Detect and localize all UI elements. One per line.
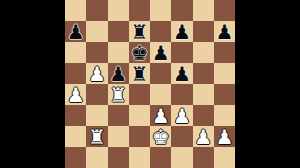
square-c8[interactable] xyxy=(108,0,129,21)
square-g3[interactable] xyxy=(193,105,214,126)
square-e7[interactable] xyxy=(150,21,171,42)
white-pawn-icon[interactable]: ♟ xyxy=(194,126,212,146)
letterbox-right xyxy=(235,0,300,168)
square-e2[interactable]: ♚ xyxy=(150,126,171,147)
square-h7[interactable]: ♟ xyxy=(214,21,235,42)
square-e5[interactable] xyxy=(150,63,171,84)
square-b5[interactable]: ♟ xyxy=(86,63,107,84)
square-e3[interactable]: ♟ xyxy=(150,105,171,126)
square-g7[interactable] xyxy=(193,21,214,42)
square-e4[interactable] xyxy=(150,84,171,105)
square-c1[interactable] xyxy=(108,147,129,168)
square-h2[interactable]: ♟ xyxy=(214,126,235,147)
square-b8[interactable] xyxy=(86,0,107,21)
black-pawn-icon[interactable]: ♟ xyxy=(173,21,191,41)
square-f8[interactable] xyxy=(171,0,192,21)
square-b4[interactable] xyxy=(86,84,107,105)
square-h4[interactable] xyxy=(214,84,235,105)
square-g8[interactable] xyxy=(193,0,214,21)
square-d4[interactable] xyxy=(129,84,150,105)
square-a3[interactable] xyxy=(65,105,86,126)
square-g2[interactable]: ♟ xyxy=(193,126,214,147)
black-pawn-icon[interactable]: ♟ xyxy=(152,42,170,62)
white-king-icon[interactable]: ♚ xyxy=(152,126,170,146)
screenshot-stage: ♟♜♟♟♚♟♟♟♜♟♟♜♟♟♜♚♟♟ xyxy=(0,0,300,168)
square-a2[interactable] xyxy=(65,126,86,147)
square-a4[interactable]: ♟ xyxy=(65,84,86,105)
white-pawn-icon[interactable]: ♟ xyxy=(173,105,191,125)
black-pawn-icon[interactable]: ♟ xyxy=(109,63,127,83)
square-d1[interactable] xyxy=(129,147,150,168)
black-rook-icon[interactable]: ♜ xyxy=(130,63,148,83)
square-f4[interactable] xyxy=(171,84,192,105)
square-f1[interactable] xyxy=(171,147,192,168)
black-pawn-icon[interactable]: ♟ xyxy=(67,21,85,41)
square-h8[interactable] xyxy=(214,0,235,21)
square-h3[interactable] xyxy=(214,105,235,126)
square-a8[interactable] xyxy=(65,0,86,21)
white-rook-icon[interactable]: ♜ xyxy=(109,84,127,104)
white-rook-icon[interactable]: ♜ xyxy=(88,126,106,146)
square-h1[interactable] xyxy=(214,147,235,168)
square-c7[interactable] xyxy=(108,21,129,42)
black-rook-icon[interactable]: ♜ xyxy=(130,21,148,41)
square-g4[interactable] xyxy=(193,84,214,105)
square-c3[interactable] xyxy=(108,105,129,126)
square-d8[interactable] xyxy=(129,0,150,21)
square-h6[interactable] xyxy=(214,42,235,63)
square-c5[interactable]: ♟ xyxy=(108,63,129,84)
square-e8[interactable] xyxy=(150,0,171,21)
square-e1[interactable] xyxy=(150,147,171,168)
square-b1[interactable] xyxy=(86,147,107,168)
square-f3[interactable]: ♟ xyxy=(171,105,192,126)
square-a6[interactable] xyxy=(65,42,86,63)
square-d6[interactable]: ♚ xyxy=(129,42,150,63)
square-g5[interactable] xyxy=(193,63,214,84)
square-b3[interactable] xyxy=(86,105,107,126)
square-c2[interactable] xyxy=(108,126,129,147)
white-pawn-icon[interactable]: ♟ xyxy=(215,126,233,146)
square-g6[interactable] xyxy=(193,42,214,63)
square-d2[interactable] xyxy=(129,126,150,147)
square-b2[interactable]: ♜ xyxy=(86,126,107,147)
square-f7[interactable]: ♟ xyxy=(171,21,192,42)
square-f6[interactable] xyxy=(171,42,192,63)
square-h5[interactable] xyxy=(214,63,235,84)
square-d5[interactable]: ♜ xyxy=(129,63,150,84)
letterbox-left xyxy=(0,0,65,168)
square-d7[interactable]: ♜ xyxy=(129,21,150,42)
square-f2[interactable] xyxy=(171,126,192,147)
square-b6[interactable] xyxy=(86,42,107,63)
black-king-icon[interactable]: ♚ xyxy=(130,42,148,62)
square-e6[interactable]: ♟ xyxy=(150,42,171,63)
square-c4[interactable]: ♜ xyxy=(108,84,129,105)
white-pawn-icon[interactable]: ♟ xyxy=(67,84,85,104)
square-f5[interactable]: ♟ xyxy=(171,63,192,84)
square-a1[interactable] xyxy=(65,147,86,168)
square-d3[interactable] xyxy=(129,105,150,126)
square-c6[interactable] xyxy=(108,42,129,63)
chess-board[interactable]: ♟♜♟♟♚♟♟♟♜♟♟♜♟♟♜♚♟♟ xyxy=(65,0,235,168)
white-pawn-icon[interactable]: ♟ xyxy=(152,105,170,125)
black-pawn-icon[interactable]: ♟ xyxy=(215,21,233,41)
square-g1[interactable] xyxy=(193,147,214,168)
square-b7[interactable] xyxy=(86,21,107,42)
square-a7[interactable]: ♟ xyxy=(65,21,86,42)
square-a5[interactable] xyxy=(65,63,86,84)
white-pawn-icon[interactable]: ♟ xyxy=(88,63,106,83)
black-pawn-icon[interactable]: ♟ xyxy=(173,63,191,83)
